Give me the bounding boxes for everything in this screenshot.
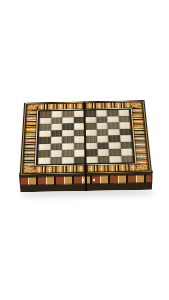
board-top-surface [20,100,152,175]
board-square [50,157,62,164]
board-square [85,156,97,163]
board-square [38,157,50,164]
board-square [62,157,74,164]
chess-box [21,72,150,201]
board-square [97,156,109,163]
photo-background [0,0,169,300]
board-square [121,155,133,162]
board-square [109,156,121,163]
